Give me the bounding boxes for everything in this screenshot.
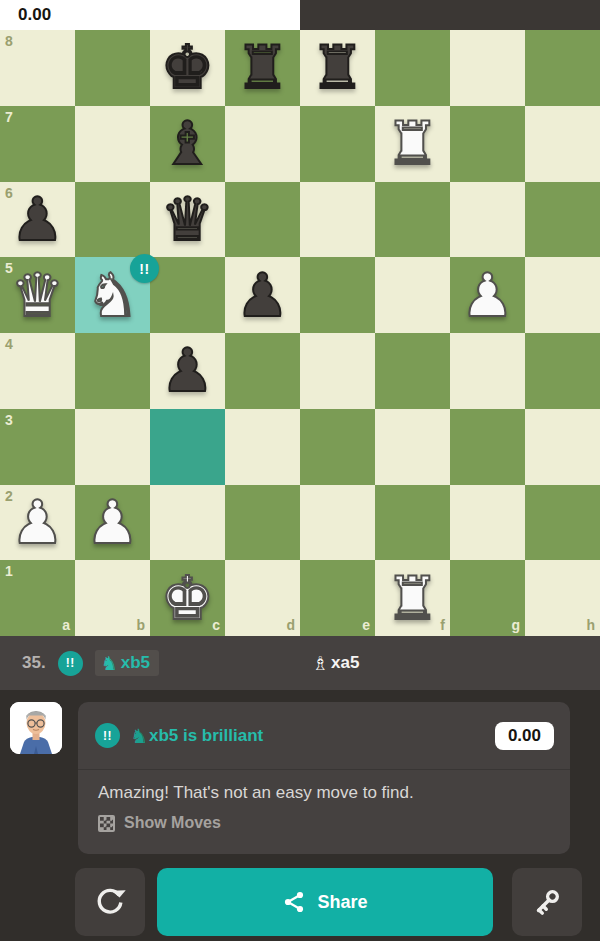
square-d3[interactable] xyxy=(225,409,300,485)
retry-button[interactable] xyxy=(75,868,145,936)
rank-label-3: 3 xyxy=(5,413,13,427)
square-h7[interactable] xyxy=(525,106,600,182)
square-e3[interactable] xyxy=(300,409,375,485)
square-h3[interactable] xyxy=(525,409,600,485)
comment-card: !! ♞ xb5 is brilliant 0.00 Amazing! That… xyxy=(78,702,570,854)
file-label-e: e xyxy=(362,618,370,632)
eval-pill: 0.00 xyxy=(495,722,554,750)
knight-icon: ♞ xyxy=(101,654,118,673)
square-f7[interactable]: ♜ xyxy=(375,106,450,182)
comment-title-text: xb5 is brilliant xyxy=(149,726,263,746)
black-pawn-on-c4: ♟ xyxy=(161,333,215,408)
square-g6[interactable] xyxy=(450,182,525,258)
square-b4[interactable] xyxy=(75,333,150,409)
square-g8[interactable] xyxy=(450,30,525,106)
black-pawn-on-d5: ♟ xyxy=(236,258,290,333)
file-label-a: a xyxy=(62,618,70,632)
key-button[interactable] xyxy=(512,868,582,936)
square-g2[interactable] xyxy=(450,485,525,561)
square-d5[interactable]: ♟ xyxy=(225,257,300,333)
square-f5[interactable] xyxy=(375,257,450,333)
rank-label-1: 1 xyxy=(5,564,13,578)
square-e1[interactable]: e xyxy=(300,560,375,636)
square-b3[interactable] xyxy=(75,409,150,485)
eval-bar: 0.00 xyxy=(0,0,600,30)
eval-bar-white-side: 0.00 xyxy=(0,0,300,30)
square-g7[interactable] xyxy=(450,106,525,182)
square-a7[interactable]: 7 xyxy=(0,106,75,182)
square-f1[interactable]: f♜ xyxy=(375,560,450,636)
square-e2[interactable] xyxy=(300,485,375,561)
show-moves-button[interactable]: Show Moves xyxy=(98,814,550,832)
coach-avatar xyxy=(10,702,62,754)
board-icon xyxy=(98,815,115,832)
chess-board[interactable]: !! 8♚♜♜7♝♜6♟♛5♛♞♟♟4♟32♟♟1abc♚def♜gh xyxy=(0,30,600,636)
white-rook-on-f1: ♜ xyxy=(386,561,440,636)
black-move[interactable]: ♗ xa5 xyxy=(312,653,359,673)
square-a2[interactable]: 2♟ xyxy=(0,485,75,561)
black-move-text: xa5 xyxy=(331,653,359,673)
move-number: 35. xyxy=(22,653,46,673)
eval-score: 0.00 xyxy=(18,5,51,25)
square-f8[interactable] xyxy=(375,30,450,106)
square-b6[interactable] xyxy=(75,182,150,258)
square-a6[interactable]: 6♟ xyxy=(0,182,75,258)
square-c8[interactable]: ♚ xyxy=(150,30,225,106)
square-d2[interactable] xyxy=(225,485,300,561)
square-b7[interactable] xyxy=(75,106,150,182)
brilliant-move-icon: !! xyxy=(130,254,159,283)
square-b8[interactable] xyxy=(75,30,150,106)
rank-label-4: 4 xyxy=(5,337,13,351)
square-c1[interactable]: c♚ xyxy=(150,560,225,636)
key-icon xyxy=(531,886,563,918)
square-a4[interactable]: 4 xyxy=(0,333,75,409)
coach-avatar-image xyxy=(10,702,62,754)
square-a1[interactable]: 1a xyxy=(0,560,75,636)
square-e8[interactable]: ♜ xyxy=(300,30,375,106)
square-h2[interactable] xyxy=(525,485,600,561)
square-e6[interactable] xyxy=(300,182,375,258)
square-c4[interactable]: ♟ xyxy=(150,333,225,409)
square-b2[interactable]: ♟ xyxy=(75,485,150,561)
file-label-d: d xyxy=(286,618,295,632)
move-list-bar: 35. !! ♞ xb5 ♗ xa5 xyxy=(0,636,600,690)
square-h4[interactable] xyxy=(525,333,600,409)
square-c3[interactable] xyxy=(150,409,225,485)
white-pawn-on-a2: ♟ xyxy=(11,485,65,560)
file-label-f: f xyxy=(440,618,445,632)
black-bishop-on-c7: ♝ xyxy=(161,106,215,181)
retry-icon xyxy=(93,885,127,919)
eval-bar-black-side xyxy=(300,0,600,30)
square-d1[interactable]: d xyxy=(225,560,300,636)
square-g5[interactable]: ♟ xyxy=(450,257,525,333)
square-f2[interactable] xyxy=(375,485,450,561)
black-rook-on-d8: ♜ xyxy=(236,30,290,105)
square-d8[interactable]: ♜ xyxy=(225,30,300,106)
square-f4[interactable] xyxy=(375,333,450,409)
square-h6[interactable] xyxy=(525,182,600,258)
square-a8[interactable]: 8 xyxy=(0,30,75,106)
file-label-g: g xyxy=(511,618,520,632)
square-g4[interactable] xyxy=(450,333,525,409)
white-move-text: xb5 xyxy=(121,653,150,673)
brilliant-badge-icon: !! xyxy=(58,651,83,676)
square-d7[interactable] xyxy=(225,106,300,182)
white-move-badge[interactable]: ♞ xb5 xyxy=(95,650,159,676)
file-label-b: b xyxy=(136,618,145,632)
white-rook-on-f7: ♜ xyxy=(386,106,440,181)
square-g3[interactable] xyxy=(450,409,525,485)
square-e7[interactable] xyxy=(300,106,375,182)
square-h5[interactable] xyxy=(525,257,600,333)
brilliant-badge-icon: !! xyxy=(95,723,120,748)
square-c5[interactable] xyxy=(150,257,225,333)
black-rook-on-e8: ♜ xyxy=(311,30,365,105)
coach-panel: !! ♞ xb5 is brilliant 0.00 Amazing! That… xyxy=(0,690,600,941)
comment-card-body: Amazing! That's not an easy move to find… xyxy=(78,770,570,832)
square-e4[interactable] xyxy=(300,333,375,409)
square-g1[interactable]: g xyxy=(450,560,525,636)
square-a3[interactable]: 3 xyxy=(0,409,75,485)
black-queen-on-c6: ♛ xyxy=(161,182,215,257)
square-h8[interactable] xyxy=(525,30,600,106)
square-f6[interactable] xyxy=(375,182,450,258)
analysis-screen: 0.00 !! 8♚♜♜7♝♜6♟♛5♛♞♟♟4♟32♟♟1abc♚def♜gh… xyxy=(0,0,600,941)
square-c2[interactable] xyxy=(150,485,225,561)
rank-label-7: 7 xyxy=(5,110,13,124)
square-a5[interactable]: 5♛ xyxy=(0,257,75,333)
bishop-icon: ♗ xyxy=(312,654,329,673)
comment-card-header: !! ♞ xb5 is brilliant 0.00 xyxy=(78,702,570,770)
square-d4[interactable] xyxy=(225,333,300,409)
comment-text: Amazing! That's not an easy move to find… xyxy=(98,783,550,803)
square-c6[interactable]: ♛ xyxy=(150,182,225,258)
square-c7[interactable]: ♝ xyxy=(150,106,225,182)
black-king-on-c8: ♚ xyxy=(161,30,215,105)
rank-label-8: 8 xyxy=(5,34,13,48)
share-button[interactable]: Share xyxy=(157,868,493,936)
square-f3[interactable] xyxy=(375,409,450,485)
share-label: Share xyxy=(317,892,367,913)
square-b1[interactable]: b xyxy=(75,560,150,636)
white-pawn-on-b2: ♟ xyxy=(86,485,140,560)
square-e5[interactable] xyxy=(300,257,375,333)
white-king-on-c1: ♚ xyxy=(161,561,215,636)
white-pawn-on-g5: ♟ xyxy=(461,258,515,333)
share-icon xyxy=(282,890,306,914)
black-pawn-on-a6: ♟ xyxy=(11,182,65,257)
square-d6[interactable] xyxy=(225,182,300,258)
file-label-h: h xyxy=(586,618,595,632)
square-h1[interactable]: h xyxy=(525,560,600,636)
knight-icon: ♞ xyxy=(130,726,148,746)
comment-title: ♞ xb5 is brilliant xyxy=(130,726,485,746)
white-queen-on-a5: ♛ xyxy=(11,258,65,333)
show-moves-label: Show Moves xyxy=(124,814,221,832)
